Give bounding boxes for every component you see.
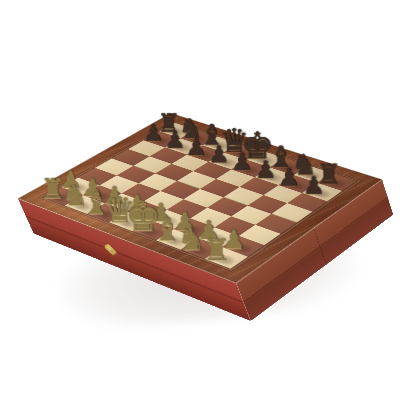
white-knight-glyph: ♞ — [177, 224, 205, 255]
black-pawn-glyph: ♟ — [209, 143, 230, 166]
black-pawn-glyph: ♟ — [143, 122, 163, 145]
black-pawn-glyph: ♟ — [164, 129, 184, 152]
black-pawn-glyph: ♟ — [255, 158, 276, 182]
black-pawn-glyph: ♟ — [186, 136, 207, 159]
black-pawn-glyph: ♟ — [303, 173, 325, 197]
black-pawn-glyph: ♟ — [231, 150, 252, 174]
black-pawn-glyph: ♟ — [279, 165, 301, 189]
brass-latch — [102, 242, 119, 258]
white-rook-glyph: ♜ — [203, 235, 230, 265]
box-fold-seam-right — [314, 229, 327, 265]
product-photo-stage: ♜♞♝♛♚♝♞♜♟♟♟♟♟♟♟♟♟♟♟♟♟♟♟♟♜♞♝♛♚♝♞♜ — [0, 0, 400, 400]
